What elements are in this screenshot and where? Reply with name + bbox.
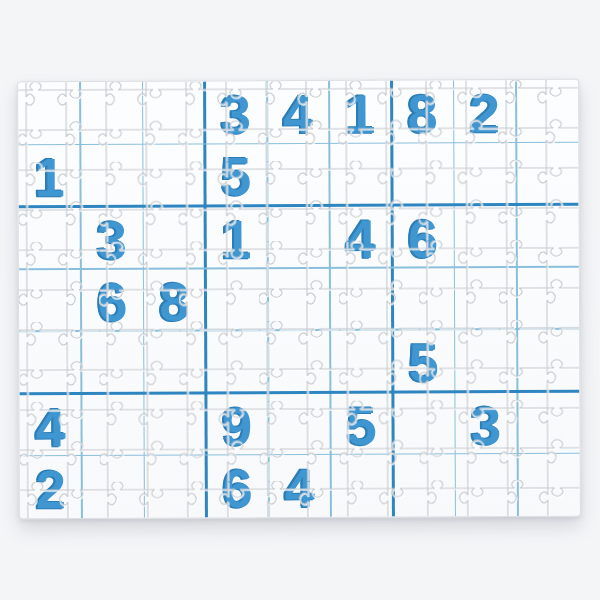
cell-r2c5 <box>267 143 330 206</box>
cell-r3c5 <box>267 205 330 268</box>
cell-r3c6: 4 <box>330 205 392 268</box>
cell-r3c4: 1 <box>205 206 267 269</box>
cell-r3c7: 6 <box>392 205 454 268</box>
cell-r5c1 <box>19 331 81 394</box>
cell-r6c3 <box>144 393 206 456</box>
cell-r5c7: 5 <box>392 329 454 392</box>
cell-r1c2 <box>80 82 142 145</box>
cell-r2c1: 1 <box>18 144 80 207</box>
cell-r1c7: 8 <box>391 80 453 143</box>
cell-r4c7 <box>392 267 454 330</box>
given-digit: 2 <box>470 86 500 140</box>
cell-r6c2 <box>82 393 144 456</box>
cell-r2c3 <box>143 144 205 207</box>
given-digit: 8 <box>159 274 189 328</box>
cell-r6c1: 4 <box>19 393 81 456</box>
cell-r5c8 <box>455 329 517 392</box>
given-digit: 5 <box>221 150 251 204</box>
puzzle-board: 341821531466854953264 <box>17 79 581 519</box>
cell-r1c4: 3 <box>205 81 267 144</box>
given-digit: 6 <box>97 275 127 329</box>
cell-r4c9 <box>517 267 579 330</box>
given-digit: 3 <box>471 398 501 452</box>
cell-r6c8: 3 <box>455 391 517 454</box>
cell-r3c8 <box>454 205 516 268</box>
given-digit: 3 <box>221 87 251 141</box>
given-digit: 4 <box>36 400 66 454</box>
cell-r2c9 <box>516 142 578 205</box>
cell-r4c4 <box>206 268 268 331</box>
cell-r7c7 <box>393 454 455 517</box>
cell-r6c4: 9 <box>206 393 268 456</box>
given-digit: 4 <box>346 211 376 265</box>
given-digit: 5 <box>347 398 377 452</box>
cell-r5c5 <box>268 330 331 393</box>
given-digit: 3 <box>97 212 127 266</box>
cell-r5c4 <box>206 330 268 393</box>
cell-r5c3 <box>144 331 206 394</box>
cell-r4c2: 6 <box>81 269 143 332</box>
cell-r7c6 <box>331 454 393 517</box>
cell-r6c6: 5 <box>331 392 393 455</box>
cell-r7c2 <box>82 455 144 518</box>
cell-r3c2: 3 <box>81 206 143 269</box>
given-digit: 8 <box>407 87 437 141</box>
cell-r4c6 <box>330 267 392 330</box>
given-digit: 5 <box>409 336 439 390</box>
cell-r4c8 <box>454 267 516 330</box>
cell-r1c5: 4 <box>267 81 330 144</box>
cell-r2c7 <box>392 143 454 206</box>
cell-r7c8 <box>455 454 517 517</box>
cell-r1c1 <box>18 82 80 145</box>
cell-r1c8: 2 <box>454 80 516 143</box>
cell-r5c2 <box>81 331 143 394</box>
cell-r3c1 <box>19 207 81 270</box>
given-digit: 1 <box>221 212 251 266</box>
cell-r4c1 <box>19 269 81 332</box>
cell-r6c5 <box>268 392 331 455</box>
given-digit: 4 <box>283 87 313 141</box>
given-digit: 4 <box>285 461 315 515</box>
cell-r7c9 <box>517 453 579 516</box>
given-digit: 1 <box>34 150 64 204</box>
cell-r7c5: 4 <box>269 455 332 518</box>
given-digit: 6 <box>408 211 438 265</box>
cell-r3c9 <box>516 204 578 267</box>
cell-r4c3: 8 <box>143 268 205 331</box>
given-digit: 9 <box>222 399 252 453</box>
cell-r1c9 <box>516 80 578 143</box>
cell-r7c4: 6 <box>206 455 268 518</box>
cell-r7c3 <box>144 455 206 518</box>
given-digit: 1 <box>345 87 375 141</box>
cell-r2c2 <box>81 144 143 207</box>
cell-r5c6 <box>330 330 392 393</box>
given-digit: 6 <box>222 461 252 515</box>
cell-r2c6 <box>329 143 391 206</box>
cell-r6c9 <box>517 391 579 454</box>
given-digit: 2 <box>36 462 66 516</box>
cell-r6c7 <box>393 392 455 455</box>
cell-r1c6: 1 <box>329 81 391 144</box>
cell-r5c9 <box>517 329 579 392</box>
photo-background: 341821531466854953264 <box>0 0 600 600</box>
cell-r4c5 <box>268 268 331 331</box>
sudoku-grid: 341821531466854953264 <box>18 80 580 518</box>
cell-r7c1: 2 <box>20 456 82 519</box>
cell-r1c3 <box>142 81 204 144</box>
cell-r2c8 <box>454 142 516 205</box>
cell-r2c4: 5 <box>205 143 267 206</box>
cell-r3c3 <box>143 206 205 269</box>
